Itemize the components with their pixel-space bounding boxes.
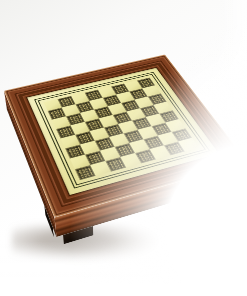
chess-board bbox=[4, 55, 247, 218]
square-d2 bbox=[115, 143, 135, 157]
board-grid bbox=[44, 78, 199, 181]
square-h3 bbox=[165, 119, 185, 132]
square-a1 bbox=[75, 165, 96, 180]
square-g3 bbox=[152, 123, 172, 136]
square-c4 bbox=[90, 128, 110, 141]
square-g1 bbox=[164, 142, 185, 156]
square-e2 bbox=[129, 139, 149, 153]
square-f3 bbox=[138, 126, 158, 139]
square-e3 bbox=[123, 130, 143, 143]
square-b1 bbox=[90, 161, 111, 176]
board-surface bbox=[27, 68, 219, 195]
square-g2 bbox=[158, 132, 178, 145]
square-h1 bbox=[178, 138, 199, 152]
square-d4 bbox=[104, 124, 124, 137]
square-d3 bbox=[109, 133, 129, 146]
square-a4 bbox=[60, 135, 79, 149]
square-c1 bbox=[105, 157, 126, 172]
square-b3 bbox=[80, 141, 100, 155]
product-photo bbox=[0, 0, 247, 296]
board-scene bbox=[24, 30, 212, 218]
square-a3 bbox=[65, 145, 85, 159]
square-f2 bbox=[143, 136, 163, 150]
square-d1 bbox=[120, 153, 141, 167]
square-b4 bbox=[75, 131, 95, 144]
square-a5 bbox=[56, 125, 75, 138]
square-a2 bbox=[70, 155, 90, 170]
square-b2 bbox=[85, 151, 105, 165]
border-pinstripe-outer bbox=[34, 72, 210, 189]
square-f1 bbox=[150, 145, 171, 159]
border-pinstripe-inner bbox=[38, 74, 206, 185]
square-e1 bbox=[135, 149, 156, 163]
square-h2 bbox=[172, 128, 192, 141]
square-c2 bbox=[100, 147, 120, 161]
square-c3 bbox=[95, 137, 115, 151]
